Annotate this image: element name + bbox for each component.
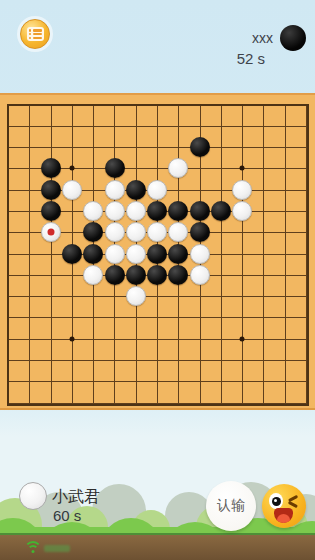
- resign-label: 认输: [217, 497, 245, 515]
- board-cell[interactable]: [94, 318, 115, 339]
- black-stone: [105, 158, 125, 178]
- black-stone: [147, 244, 167, 264]
- player-name: 小武君: [52, 487, 100, 508]
- black-stone: [190, 222, 210, 242]
- board-cell[interactable]: [201, 340, 222, 361]
- board-cell[interactable]: [9, 106, 30, 127]
- board-cell[interactable]: [243, 255, 264, 276]
- opponent-black-stone-icon: [280, 25, 306, 51]
- white-stone: [83, 201, 103, 221]
- emoji-wink-eye2: [288, 501, 298, 508]
- white-stone: [105, 180, 125, 200]
- white-stone: [126, 286, 146, 306]
- board-cell[interactable]: [286, 340, 307, 361]
- board-cell[interactable]: [94, 127, 115, 148]
- board-cell[interactable]: [264, 212, 285, 233]
- star-point: [240, 336, 245, 341]
- board-cell[interactable]: [264, 297, 285, 318]
- black-stone: [190, 201, 210, 221]
- board-cell[interactable]: [179, 361, 200, 382]
- resign-button[interactable]: 认输: [206, 481, 256, 531]
- board-cell[interactable]: [30, 276, 51, 297]
- board-cell[interactable]: [179, 106, 200, 127]
- black-stone: [211, 201, 231, 221]
- white-stone: [168, 222, 188, 242]
- board-cell[interactable]: [115, 340, 136, 361]
- board-cell[interactable]: [201, 169, 222, 190]
- board-cell[interactable]: [158, 361, 179, 382]
- board-cell[interactable]: [264, 382, 285, 403]
- emoji-button[interactable]: [262, 484, 306, 528]
- board-cell[interactable]: [243, 233, 264, 254]
- opponent-info: xxx: [252, 25, 306, 51]
- board-cell[interactable]: [9, 169, 30, 190]
- board-cell[interactable]: [137, 382, 158, 403]
- board-cell[interactable]: [264, 233, 285, 254]
- wifi-icon: [24, 541, 42, 555]
- board-cell[interactable]: [179, 382, 200, 403]
- black-stone: [126, 180, 146, 200]
- board-cell[interactable]: [158, 297, 179, 318]
- board-cell[interactable]: [158, 382, 179, 403]
- board-cell[interactable]: [30, 340, 51, 361]
- board-cell[interactable]: [73, 127, 94, 148]
- black-stone: [105, 265, 125, 285]
- board-cell[interactable]: [9, 127, 30, 148]
- board-cell[interactable]: [179, 318, 200, 339]
- menu-list-icon: [27, 27, 44, 41]
- white-stone: [105, 201, 125, 221]
- star-point: [69, 166, 74, 171]
- board-cell[interactable]: [179, 297, 200, 318]
- black-stone: [62, 244, 82, 264]
- black-stone: [83, 222, 103, 242]
- black-stone: [83, 244, 103, 264]
- board-cell[interactable]: [264, 361, 285, 382]
- board-cell[interactable]: [286, 318, 307, 339]
- black-stone: [147, 265, 167, 285]
- board-cell[interactable]: [286, 382, 307, 403]
- board-cell[interactable]: [52, 340, 73, 361]
- board-cell[interactable]: [201, 382, 222, 403]
- board-cell[interactable]: [52, 127, 73, 148]
- board-cell[interactable]: [73, 340, 94, 361]
- board-cell[interactable]: [9, 382, 30, 403]
- board-cell[interactable]: [115, 106, 136, 127]
- board-cell[interactable]: [30, 127, 51, 148]
- white-stone: [126, 201, 146, 221]
- gomoku-board[interactable]: [0, 93, 315, 410]
- board-cell[interactable]: [30, 382, 51, 403]
- board-cell[interactable]: [243, 106, 264, 127]
- board-cell[interactable]: [52, 106, 73, 127]
- board-cell[interactable]: [9, 361, 30, 382]
- board-cell[interactable]: [115, 318, 136, 339]
- board-cell[interactable]: [264, 276, 285, 297]
- board-cell[interactable]: [30, 297, 51, 318]
- board-cell[interactable]: [243, 382, 264, 403]
- board-cell[interactable]: [94, 361, 115, 382]
- board-cell[interactable]: [94, 340, 115, 361]
- board-cell[interactable]: [94, 297, 115, 318]
- board-cell[interactable]: [286, 191, 307, 212]
- white-stone: [126, 244, 146, 264]
- black-stone: [168, 244, 188, 264]
- white-stone: [190, 244, 210, 264]
- board-cell[interactable]: [286, 148, 307, 169]
- board-cell[interactable]: [73, 382, 94, 403]
- board-cell[interactable]: [137, 318, 158, 339]
- board-cell[interactable]: [9, 340, 30, 361]
- board-cell[interactable]: [222, 233, 243, 254]
- board-cell[interactable]: [52, 297, 73, 318]
- white-stone: [105, 244, 125, 264]
- board-cell[interactable]: [286, 255, 307, 276]
- board-cell[interactable]: [52, 382, 73, 403]
- board-cell[interactable]: [9, 148, 30, 169]
- board-cell[interactable]: [137, 127, 158, 148]
- black-stone: [168, 201, 188, 221]
- board-cell[interactable]: [94, 106, 115, 127]
- black-stone: [126, 265, 146, 285]
- board-cell[interactable]: [243, 276, 264, 297]
- network-status-text: [44, 545, 70, 552]
- white-stone: [168, 158, 188, 178]
- black-stone: [190, 137, 210, 157]
- opponent-timer: 52 s: [237, 50, 265, 67]
- board-cell[interactable]: [243, 297, 264, 318]
- white-stone: [62, 180, 82, 200]
- board-cell[interactable]: [30, 318, 51, 339]
- board-cell[interactable]: [179, 340, 200, 361]
- board-cell[interactable]: [222, 382, 243, 403]
- board-cell[interactable]: [201, 297, 222, 318]
- board-cell[interactable]: [222, 276, 243, 297]
- board-cell[interactable]: [201, 318, 222, 339]
- board-cell[interactable]: [73, 297, 94, 318]
- emoji-tongue: [277, 514, 290, 523]
- board-cell[interactable]: [137, 361, 158, 382]
- board-cell[interactable]: [286, 127, 307, 148]
- board-cell[interactable]: [30, 255, 51, 276]
- last-move-marker: [47, 229, 54, 236]
- black-stone: [147, 201, 167, 221]
- board-cell[interactable]: [73, 318, 94, 339]
- opponent-name: xxx: [252, 30, 273, 46]
- board-cell[interactable]: [286, 276, 307, 297]
- board-cell[interactable]: [73, 148, 94, 169]
- board-cell[interactable]: [137, 106, 158, 127]
- board-cell[interactable]: [243, 340, 264, 361]
- board-cell[interactable]: [158, 127, 179, 148]
- board-cell[interactable]: [286, 361, 307, 382]
- board-cell[interactable]: [222, 361, 243, 382]
- board-cell[interactable]: [243, 127, 264, 148]
- board-cell[interactable]: [243, 318, 264, 339]
- board-cell[interactable]: [264, 106, 285, 127]
- board-cell[interactable]: [52, 276, 73, 297]
- board-cell[interactable]: [9, 297, 30, 318]
- board-cell[interactable]: [286, 169, 307, 190]
- player-white-stone-icon: [19, 482, 47, 510]
- board-cell[interactable]: [94, 382, 115, 403]
- board-cell[interactable]: [158, 318, 179, 339]
- black-stone: [41, 158, 61, 178]
- board-cell[interactable]: [73, 106, 94, 127]
- board-cell[interactable]: [264, 148, 285, 169]
- board-cell[interactable]: [9, 318, 30, 339]
- board-cell[interactable]: [286, 106, 307, 127]
- board-cell[interactable]: [115, 361, 136, 382]
- black-stone: [168, 265, 188, 285]
- board-cell[interactable]: [137, 340, 158, 361]
- board-cell[interactable]: [264, 340, 285, 361]
- board-cell[interactable]: [222, 255, 243, 276]
- board-cell[interactable]: [158, 340, 179, 361]
- board-cell[interactable]: [243, 361, 264, 382]
- board-cell[interactable]: [73, 361, 94, 382]
- board-cell[interactable]: [264, 191, 285, 212]
- white-stone: [105, 222, 125, 242]
- white-stone: [190, 265, 210, 285]
- board-cell[interactable]: [222, 297, 243, 318]
- board-cell[interactable]: [9, 276, 30, 297]
- menu-button[interactable]: [20, 19, 50, 49]
- board-cell[interactable]: [201, 361, 222, 382]
- board-cell[interactable]: [9, 191, 30, 212]
- board-cell[interactable]: [264, 255, 285, 276]
- white-stone: [41, 222, 61, 242]
- game-screen: xxx 52 s 小武君 60 s 认输: [0, 0, 315, 560]
- board-cell[interactable]: [137, 148, 158, 169]
- board-cell[interactable]: [222, 127, 243, 148]
- white-stone: [83, 265, 103, 285]
- emoji-mouth: [274, 508, 293, 523]
- board-cell[interactable]: [30, 106, 51, 127]
- white-stone: [147, 180, 167, 200]
- star-point: [69, 336, 74, 341]
- board-cell[interactable]: [115, 382, 136, 403]
- white-stone: [232, 180, 252, 200]
- board-cell[interactable]: [201, 106, 222, 127]
- black-stone: [41, 201, 61, 221]
- board-cell[interactable]: [9, 212, 30, 233]
- board-cell[interactable]: [286, 233, 307, 254]
- player-timer: 60 s: [53, 507, 81, 524]
- board-cell[interactable]: [264, 127, 285, 148]
- board-cell[interactable]: [222, 340, 243, 361]
- white-stone: [126, 222, 146, 242]
- board-cell[interactable]: [286, 212, 307, 233]
- white-stone: [147, 222, 167, 242]
- board-cell[interactable]: [286, 297, 307, 318]
- board-cell[interactable]: [52, 361, 73, 382]
- white-stone: [232, 201, 252, 221]
- board-cell[interactable]: [9, 255, 30, 276]
- emoji-pupil: [272, 497, 281, 506]
- board-cell[interactable]: [222, 106, 243, 127]
- board-cell[interactable]: [264, 318, 285, 339]
- black-stone: [41, 180, 61, 200]
- board-cell[interactable]: [30, 361, 51, 382]
- board-cell[interactable]: [264, 169, 285, 190]
- board-cell[interactable]: [9, 233, 30, 254]
- star-point: [240, 166, 245, 171]
- board-cell[interactable]: [243, 148, 264, 169]
- board-cell[interactable]: [115, 127, 136, 148]
- board-cell[interactable]: [158, 106, 179, 127]
